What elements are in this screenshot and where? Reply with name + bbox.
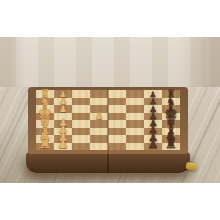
square-f3 (72, 105, 90, 113)
square-h7: ♟ (144, 90, 162, 98)
square-f6 (126, 105, 144, 113)
square-d5 (108, 120, 126, 128)
chess-board: ♜♟♟♜♞♟♟♞♝♟♟♝♚♟♟♚♛♟♟♛♝♟♟♝♞♟♟♞♜♟♟♜ (28, 87, 188, 175)
square-g7: ♟ (144, 98, 162, 106)
square-d8: ♛ (162, 120, 180, 128)
chess-set-photo: ♜♟♟♜♞♟♟♞♝♟♟♝♚♟♟♚♛♟♟♛♝♟♟♝♞♟♟♞♜♟♟♜ (0, 37, 220, 183)
screenshot-canvas: ♜♟♟♜♞♟♟♞♝♟♟♝♚♟♟♚♛♟♟♛♝♟♟♝♞♟♟♞♜♟♟♜ (0, 0, 220, 220)
square-c1: ♝ (36, 128, 54, 136)
fold-seam (107, 87, 109, 154)
square-b8: ♞ (162, 135, 180, 143)
square-e2 (54, 113, 72, 121)
square-b1: ♞ (36, 135, 54, 143)
square-c8: ♝ (162, 128, 180, 136)
square-h5 (108, 90, 126, 98)
square-e1: ♚ (36, 113, 54, 121)
square-c2: ♟ (54, 128, 72, 136)
square-g4 (90, 98, 108, 106)
square-c5 (108, 128, 126, 136)
square-g1: ♞ (36, 98, 54, 106)
square-g2: ♟ (54, 98, 72, 106)
square-e5 (108, 113, 126, 121)
square-f5 (108, 105, 126, 113)
square-a4 (90, 143, 108, 151)
square-a3 (72, 143, 90, 151)
square-a1: ♜ (36, 143, 54, 151)
square-f8: ♝ (162, 105, 180, 113)
square-f7: ♟ (144, 105, 162, 113)
board-top-surface: ♜♟♟♜♞♟♟♞♝♟♟♝♚♟♟♚♛♟♟♛♝♟♟♝♞♟♟♞♜♟♟♜ (28, 87, 188, 154)
square-a7: ♟ (144, 143, 162, 151)
square-a8: ♜ (162, 143, 180, 151)
square-g3 (72, 98, 90, 106)
square-h1: ♜ (36, 90, 54, 98)
square-f4 (90, 105, 108, 113)
fold-seam-side (107, 152, 109, 173)
square-d6 (126, 120, 144, 128)
square-d1: ♛ (36, 120, 54, 128)
square-d2: ♟ (54, 120, 72, 128)
square-g6 (126, 98, 144, 106)
square-h2: ♟ (54, 90, 72, 98)
square-d4 (90, 120, 108, 128)
square-b2: ♟ (54, 135, 72, 143)
square-f2: ♟ (54, 105, 72, 113)
square-h8: ♜ (162, 90, 180, 98)
square-b3 (72, 135, 90, 143)
board-side-panel (26, 152, 190, 173)
square-e6 (126, 113, 144, 121)
square-e4: ♟ (90, 113, 108, 121)
square-h4 (90, 90, 108, 98)
square-h6 (126, 90, 144, 98)
square-b5 (108, 135, 126, 143)
square-a6 (126, 143, 144, 151)
square-e3 (72, 113, 90, 121)
square-e7: ♟ (144, 113, 162, 121)
square-b6 (126, 135, 144, 143)
square-d7: ♟ (144, 120, 162, 128)
square-a2: ♟ (54, 143, 72, 151)
square-g5 (108, 98, 126, 106)
square-d3 (72, 120, 90, 128)
square-a5 (108, 143, 126, 151)
square-c6 (126, 128, 144, 136)
square-g8: ♞ (162, 98, 180, 106)
square-h3 (72, 90, 90, 98)
square-b4 (90, 135, 108, 143)
square-c3 (72, 128, 90, 136)
square-f1: ♝ (36, 105, 54, 113)
square-c7: ♟ (144, 128, 162, 136)
square-b7: ♟ (144, 135, 162, 143)
square-e8: ♚ (162, 113, 180, 121)
square-c4 (90, 128, 108, 136)
